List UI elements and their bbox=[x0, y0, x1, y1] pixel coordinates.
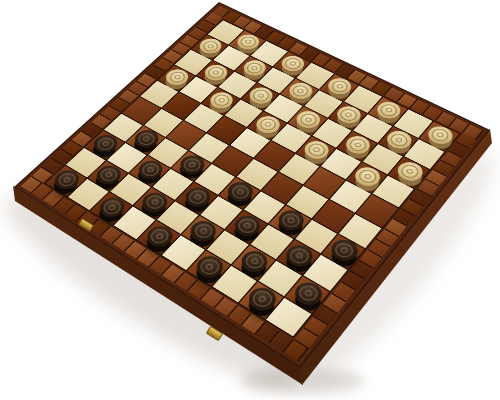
product-photo-stage bbox=[0, 0, 500, 400]
draughts-board bbox=[14, 2, 490, 368]
